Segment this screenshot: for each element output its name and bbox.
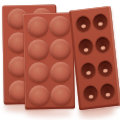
- cavity: [75, 15, 91, 33]
- cavity: [92, 13, 108, 31]
- dome-bump: [28, 85, 49, 106]
- dome-bump: [27, 16, 48, 37]
- dome-bump: [50, 85, 71, 106]
- cavity: [80, 62, 96, 80]
- dome-bump: [28, 62, 49, 83]
- dome-bump: [27, 39, 48, 60]
- dome-grid: [23, 12, 75, 109]
- dome-bump: [49, 16, 70, 37]
- dome-bump: [49, 39, 70, 60]
- mold-reflection: [26, 109, 72, 117]
- cavity: [99, 83, 115, 101]
- cavity: [97, 60, 113, 78]
- cavity-grid: [69, 6, 120, 111]
- cavity: [94, 36, 110, 54]
- cavity: [82, 85, 98, 103]
- product-photo-stage: [0, 0, 120, 120]
- front-left-mold: [23, 12, 75, 109]
- cavity: [78, 39, 94, 57]
- right-mold: [69, 6, 120, 111]
- dome-bump: [50, 62, 71, 83]
